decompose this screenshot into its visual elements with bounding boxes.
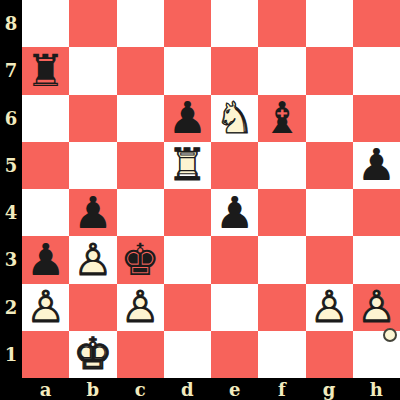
piece-black-pawn[interactable]: ♟: [22, 236, 69, 283]
piece-white-king-outline: ♔: [69, 331, 116, 378]
rank-labels: 87654321: [0, 0, 22, 378]
rank-label-7: 7: [0, 47, 22, 94]
square-h3[interactable]: [353, 236, 400, 283]
square-b3[interactable]: ♟♙: [69, 236, 116, 283]
piece-white-knight-outline: ♘: [211, 95, 258, 142]
square-h7[interactable]: [353, 47, 400, 94]
piece-black-pawn[interactable]: ♟: [164, 95, 211, 142]
square-b6[interactable]: [69, 95, 116, 142]
file-label-a: a: [22, 378, 69, 400]
square-g7[interactable]: [306, 47, 353, 94]
piece-white-pawn-outline: ♙: [306, 284, 353, 331]
rank-label-4: 4: [0, 189, 22, 236]
square-a7[interactable]: ♜: [22, 47, 69, 94]
square-b1[interactable]: ♚♔: [69, 331, 116, 378]
square-h2[interactable]: ♟♙: [353, 284, 400, 331]
square-e3[interactable]: [211, 236, 258, 283]
square-d4[interactable]: [164, 189, 211, 236]
file-label-c: c: [117, 378, 164, 400]
square-a4[interactable]: [22, 189, 69, 236]
square-e4[interactable]: ♟: [211, 189, 258, 236]
square-c6[interactable]: [117, 95, 164, 142]
piece-white-pawn-outline: ♙: [353, 284, 400, 331]
piece-white-pawn-outline: ♙: [22, 284, 69, 331]
piece-black-king[interactable]: ♚: [117, 236, 164, 283]
square-a8[interactable]: [22, 0, 69, 47]
square-f8[interactable]: [258, 0, 305, 47]
square-g6[interactable]: [306, 95, 353, 142]
square-c3[interactable]: ♚: [117, 236, 164, 283]
square-f2[interactable]: [258, 284, 305, 331]
chess-puzzle-page: 87654321 ♜♟♞♘♝♜♖♟♟♟♟♟♙♚♟♙♟♙♟♙♟♙♚♔ abcdef…: [0, 0, 400, 400]
square-g4[interactable]: [306, 189, 353, 236]
square-d7[interactable]: [164, 47, 211, 94]
square-a3[interactable]: ♟: [22, 236, 69, 283]
square-f5[interactable]: [258, 142, 305, 189]
square-d1[interactable]: [164, 331, 211, 378]
square-h5[interactable]: ♟: [353, 142, 400, 189]
piece-black-pawn[interactable]: ♟: [211, 189, 258, 236]
file-label-e: e: [211, 378, 258, 400]
square-a6[interactable]: [22, 95, 69, 142]
file-label-d: d: [164, 378, 211, 400]
piece-white-rook-outline: ♖: [164, 142, 211, 189]
square-c1[interactable]: [117, 331, 164, 378]
square-f6[interactable]: ♝: [258, 95, 305, 142]
square-h6[interactable]: [353, 95, 400, 142]
rank-label-1: 1: [0, 331, 22, 378]
square-b8[interactable]: [69, 0, 116, 47]
square-a1[interactable]: [22, 331, 69, 378]
square-f3[interactable]: [258, 236, 305, 283]
square-e6[interactable]: ♞♘: [211, 95, 258, 142]
square-b4[interactable]: ♟: [69, 189, 116, 236]
square-h4[interactable]: [353, 189, 400, 236]
square-e8[interactable]: [211, 0, 258, 47]
square-g3[interactable]: [306, 236, 353, 283]
white-to-move-indicator: [383, 328, 397, 342]
rank-label-2: 2: [0, 284, 22, 331]
square-d2[interactable]: [164, 284, 211, 331]
square-g5[interactable]: [306, 142, 353, 189]
square-c5[interactable]: [117, 142, 164, 189]
rank-label-5: 5: [0, 142, 22, 189]
square-g2[interactable]: ♟♙: [306, 284, 353, 331]
rank-label-6: 6: [0, 95, 22, 142]
file-label-g: g: [306, 378, 353, 400]
square-b2[interactable]: [69, 284, 116, 331]
square-d5[interactable]: ♜♖: [164, 142, 211, 189]
square-f7[interactable]: [258, 47, 305, 94]
square-g8[interactable]: [306, 0, 353, 47]
rank-label-8: 8: [0, 0, 22, 47]
square-g1[interactable]: [306, 331, 353, 378]
square-b7[interactable]: [69, 47, 116, 94]
piece-white-pawn-outline: ♙: [117, 284, 164, 331]
square-a5[interactable]: [22, 142, 69, 189]
file-label-f: f: [258, 378, 305, 400]
piece-black-pawn[interactable]: ♟: [69, 189, 116, 236]
chess-board[interactable]: ♜♟♞♘♝♜♖♟♟♟♟♟♙♚♟♙♟♙♟♙♟♙♚♔: [22, 0, 400, 378]
square-e2[interactable]: [211, 284, 258, 331]
square-e1[interactable]: [211, 331, 258, 378]
square-a2[interactable]: ♟♙: [22, 284, 69, 331]
square-f1[interactable]: [258, 331, 305, 378]
square-c4[interactable]: [117, 189, 164, 236]
square-f4[interactable]: [258, 189, 305, 236]
piece-black-pawn[interactable]: ♟: [353, 142, 400, 189]
square-e5[interactable]: [211, 142, 258, 189]
square-d6[interactable]: ♟: [164, 95, 211, 142]
piece-black-bishop[interactable]: ♝: [258, 95, 305, 142]
rank-label-3: 3: [0, 236, 22, 283]
piece-black-rook[interactable]: ♜: [22, 47, 69, 94]
piece-white-pawn-outline: ♙: [69, 236, 116, 283]
square-e7[interactable]: [211, 47, 258, 94]
file-label-b: b: [69, 378, 116, 400]
square-d3[interactable]: [164, 236, 211, 283]
square-b5[interactable]: [69, 142, 116, 189]
square-c7[interactable]: [117, 47, 164, 94]
file-label-h: h: [353, 378, 400, 400]
file-labels: abcdefgh: [0, 378, 400, 400]
square-d8[interactable]: [164, 0, 211, 47]
square-c2[interactable]: ♟♙: [117, 284, 164, 331]
square-c8[interactable]: [117, 0, 164, 47]
square-h8[interactable]: [353, 0, 400, 47]
